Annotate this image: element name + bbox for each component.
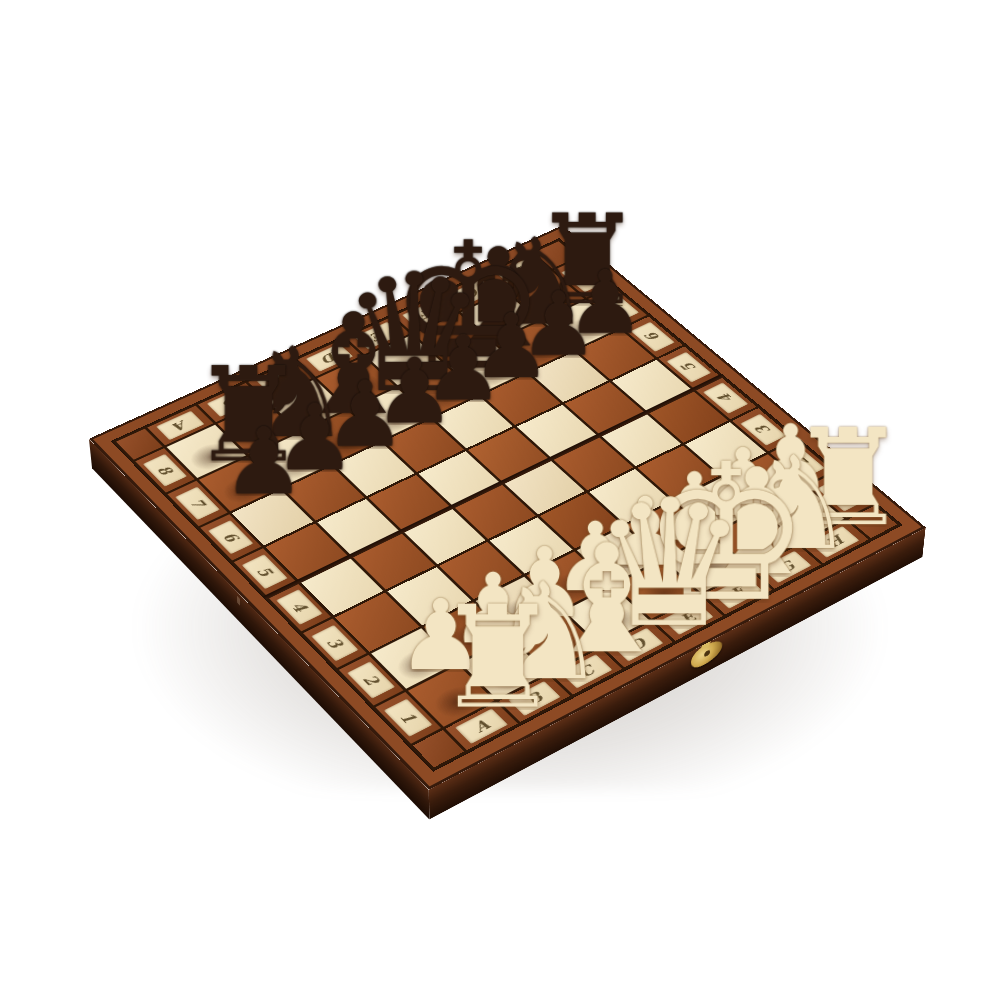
label-plate: 5: [242, 554, 288, 589]
label-plate: 7: [175, 487, 220, 520]
scene: ABCDEFGH8♜♞♝♛♚♝♞♜87♟♟♟♟♟♟♟♟7665544332♟♟♟…: [0, 0, 1000, 1000]
piece-black-pawn-a7[interactable]: ♟: [222, 404, 280, 496]
piece-white-rook-a1[interactable]: ♜: [434, 568, 496, 710]
board-grid: ABCDEFGH8♜♞♝♛♚♝♞♜87♟♟♟♟♟♟♟♟7665544332♟♟♟…: [112, 239, 901, 771]
label-plate: 5: [666, 352, 711, 383]
label-plate: 4: [703, 383, 748, 414]
coordinate-label: 5: [665, 353, 712, 381]
label-plate: 8: [143, 454, 187, 487]
label-plate: 3: [311, 625, 358, 661]
chessboard: ABCDEFGH8♜♞♝♛♚♝♞♜87♟♟♟♟♟♟♟♟7665544332♟♟♟…: [89, 225, 926, 789]
photo-stage: ABCDEFGH8♜♞♝♛♚♝♞♜87♟♟♟♟♟♟♟♟7665544332♟♟♟…: [0, 0, 1000, 1000]
coordinate-label: 8: [140, 455, 189, 485]
